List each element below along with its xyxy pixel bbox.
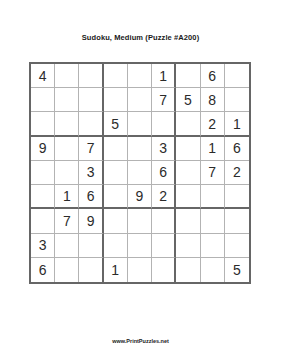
cell-r1c1: 4 — [31, 64, 55, 88]
cell-r6c1 — [31, 185, 55, 209]
cell-r3c9: 1 — [225, 112, 249, 136]
cell-r2c1 — [31, 88, 55, 112]
cell-r5c5 — [128, 161, 152, 185]
cell-r9c5 — [128, 258, 152, 282]
cell-r7c7 — [176, 209, 200, 233]
puzzle-title: Sudoku, Medium (Puzzle #A200) — [0, 33, 281, 42]
cell-r4c4 — [104, 137, 128, 161]
cell-r9c8 — [201, 258, 225, 282]
cell-r6c5: 9 — [128, 185, 152, 209]
cell-r8c8 — [201, 234, 225, 258]
cell-r4c8: 1 — [201, 137, 225, 161]
cell-r8c6 — [152, 234, 176, 258]
cell-r4c6: 3 — [152, 137, 176, 161]
cell-r7c2: 7 — [55, 209, 79, 233]
cell-r4c3: 7 — [79, 137, 103, 161]
cell-r8c2 — [55, 234, 79, 258]
cell-r8c1: 3 — [31, 234, 55, 258]
cell-r9c2 — [55, 258, 79, 282]
cell-r6c6: 2 — [152, 185, 176, 209]
cell-r3c2 — [55, 112, 79, 136]
cell-r7c3: 9 — [79, 209, 103, 233]
cell-r7c5 — [128, 209, 152, 233]
cell-r2c2 — [55, 88, 79, 112]
cell-r1c4 — [104, 64, 128, 88]
cell-r1c9 — [225, 64, 249, 88]
cell-r2c5 — [128, 88, 152, 112]
cell-r3c3 — [79, 112, 103, 136]
cell-r2c7: 5 — [176, 88, 200, 112]
cell-r1c6: 1 — [152, 64, 176, 88]
cell-r4c9: 6 — [225, 137, 249, 161]
cell-r2c3 — [79, 88, 103, 112]
cell-r5c9: 2 — [225, 161, 249, 185]
cell-r2c4 — [104, 88, 128, 112]
footer-url: www.PrintPuzzles.net — [0, 338, 281, 344]
cell-r7c9 — [225, 209, 249, 233]
cell-r3c7 — [176, 112, 200, 136]
cell-r1c3 — [79, 64, 103, 88]
cell-r1c2 — [55, 64, 79, 88]
cell-r5c2 — [55, 161, 79, 185]
cell-r6c7 — [176, 185, 200, 209]
cell-r4c5 — [128, 137, 152, 161]
cell-r3c1 — [31, 112, 55, 136]
cell-r3c8: 2 — [201, 112, 225, 136]
cell-r8c5 — [128, 234, 152, 258]
cell-r9c1: 6 — [31, 258, 55, 282]
cell-r5c3: 3 — [79, 161, 103, 185]
cell-r9c3 — [79, 258, 103, 282]
cell-r3c5 — [128, 112, 152, 136]
cell-r9c6 — [152, 258, 176, 282]
cell-r5c4 — [104, 161, 128, 185]
cell-r2c6: 7 — [152, 88, 176, 112]
cell-r8c7 — [176, 234, 200, 258]
cell-r6c3: 6 — [79, 185, 103, 209]
cell-r5c8: 7 — [201, 161, 225, 185]
cell-r6c9 — [225, 185, 249, 209]
cell-r2c9 — [225, 88, 249, 112]
cell-r6c8 — [201, 185, 225, 209]
cell-r1c5 — [128, 64, 152, 88]
cell-r5c6: 6 — [152, 161, 176, 185]
cell-r1c7 — [176, 64, 200, 88]
cell-r4c1: 9 — [31, 137, 55, 161]
cell-r8c3 — [79, 234, 103, 258]
cell-r9c9: 5 — [225, 258, 249, 282]
cell-r5c7 — [176, 161, 200, 185]
cell-r6c4 — [104, 185, 128, 209]
cell-r2c8: 8 — [201, 88, 225, 112]
cell-r3c6 — [152, 112, 176, 136]
page: Sudoku, Medium (Puzzle #A200) 4167585219… — [0, 0, 281, 363]
cell-r6c2: 1 — [55, 185, 79, 209]
cell-r8c9 — [225, 234, 249, 258]
cell-r4c2 — [55, 137, 79, 161]
cell-r4c7 — [176, 137, 200, 161]
cell-r9c4: 1 — [104, 258, 128, 282]
cell-r7c8 — [201, 209, 225, 233]
cell-r8c4 — [104, 234, 128, 258]
cell-r1c8: 6 — [201, 64, 225, 88]
sudoku-board: 4167585219731636721692793615 — [29, 62, 251, 284]
cell-r9c7 — [176, 258, 200, 282]
cell-r7c6 — [152, 209, 176, 233]
cell-r3c4: 5 — [104, 112, 128, 136]
cell-r5c1 — [31, 161, 55, 185]
cell-r7c1 — [31, 209, 55, 233]
cell-r7c4 — [104, 209, 128, 233]
